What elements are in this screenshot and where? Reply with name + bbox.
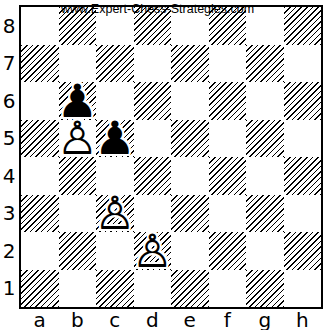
square-d2[interactable]: ♙	[134, 232, 172, 270]
file-label-h: h	[284, 308, 322, 330]
square-e1[interactable]	[171, 270, 209, 308]
square-d5[interactable]	[134, 120, 172, 158]
rank-label-1: 1	[0, 270, 18, 308]
square-g4[interactable]	[246, 157, 284, 195]
square-b5[interactable]: ♙	[59, 120, 97, 158]
square-d7[interactable]	[134, 45, 172, 83]
square-f7[interactable]	[209, 45, 247, 83]
black-pawn-c5[interactable]: ♟	[94, 115, 135, 161]
square-a1[interactable]	[21, 270, 59, 308]
square-a5[interactable]	[21, 120, 59, 158]
square-h4[interactable]	[284, 157, 322, 195]
square-f1[interactable]	[209, 270, 247, 308]
square-a6[interactable]	[21, 82, 59, 120]
white-pawn-c3[interactable]: ♙	[94, 190, 135, 236]
square-g1[interactable]	[246, 270, 284, 308]
file-label-c: c	[96, 308, 134, 330]
square-e6[interactable]	[171, 82, 209, 120]
rank-label-8: 8	[0, 7, 18, 45]
square-e4[interactable]	[171, 157, 209, 195]
file-label-a: a	[21, 308, 59, 330]
rank-label-4: 4	[0, 157, 18, 195]
square-c7[interactable]	[96, 45, 134, 83]
square-f4[interactable]	[209, 157, 247, 195]
square-f3[interactable]	[209, 195, 247, 233]
file-label-f: f	[209, 308, 247, 330]
square-c1[interactable]	[96, 270, 134, 308]
square-g6[interactable]	[246, 82, 284, 120]
square-e2[interactable]	[171, 232, 209, 270]
square-b2[interactable]	[59, 232, 97, 270]
square-d4[interactable]	[134, 157, 172, 195]
square-g5[interactable]	[246, 120, 284, 158]
square-d6[interactable]	[134, 82, 172, 120]
square-h2[interactable]	[284, 232, 322, 270]
white-pawn-d2[interactable]: ♙	[132, 228, 173, 274]
rank-label-2: 2	[0, 232, 18, 270]
square-a2[interactable]	[21, 232, 59, 270]
square-b1[interactable]	[59, 270, 97, 308]
square-a4[interactable]	[21, 157, 59, 195]
rank-label-3: 3	[0, 195, 18, 233]
file-labels: abcdefgh	[21, 308, 321, 330]
square-h8[interactable]	[284, 7, 322, 45]
square-e3[interactable]	[171, 195, 209, 233]
chess-board: ♟♙♟♙♙	[19, 5, 323, 309]
file-label-e: e	[171, 308, 209, 330]
square-c3[interactable]: ♙	[96, 195, 134, 233]
rank-label-5: 5	[0, 120, 18, 158]
rank-label-7: 7	[0, 45, 18, 83]
watermark-text: www.Expert-Chess-Strategies.com	[61, 2, 254, 16]
square-h3[interactable]	[284, 195, 322, 233]
square-c5[interactable]: ♟	[96, 120, 134, 158]
file-label-b: b	[59, 308, 97, 330]
square-e5[interactable]	[171, 120, 209, 158]
white-pawn-b5[interactable]: ♙	[57, 115, 98, 161]
square-g2[interactable]	[246, 232, 284, 270]
square-a3[interactable]	[21, 195, 59, 233]
square-h7[interactable]	[284, 45, 322, 83]
rank-labels: 87654321	[0, 7, 18, 307]
square-a8[interactable]	[21, 7, 59, 45]
chess-diagram: ♟♙♟♙♙ 87654321 abcdefgh www.Expert-Chess…	[0, 0, 330, 330]
square-g3[interactable]	[246, 195, 284, 233]
square-f6[interactable]	[209, 82, 247, 120]
square-b3[interactable]	[59, 195, 97, 233]
square-f5[interactable]	[209, 120, 247, 158]
square-h1[interactable]	[284, 270, 322, 308]
square-f2[interactable]	[209, 232, 247, 270]
square-h5[interactable]	[284, 120, 322, 158]
square-g7[interactable]	[246, 45, 284, 83]
square-h6[interactable]	[284, 82, 322, 120]
square-e7[interactable]	[171, 45, 209, 83]
file-label-g: g	[246, 308, 284, 330]
square-a7[interactable]	[21, 45, 59, 83]
rank-label-6: 6	[0, 82, 18, 120]
file-label-d: d	[134, 308, 172, 330]
